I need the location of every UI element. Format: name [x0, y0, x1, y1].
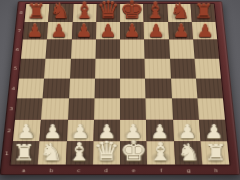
piece-black-pawn[interactable]: ♟: [144, 22, 168, 39]
board-grid: ♜♞♝♛♚♝♞♜♟♟♟♟♟♟♟♟♟♟♟♟♟♟♟♟♜♞♝♛♚♝♞♜: [11, 4, 230, 164]
square-b3[interactable]: [41, 98, 68, 119]
square-b1[interactable]: ♞: [38, 142, 66, 165]
piece-black-rook[interactable]: ♜: [192, 2, 216, 22]
square-b6[interactable]: [46, 40, 72, 59]
piece-black-knight[interactable]: ♞: [48, 1, 72, 22]
square-c7[interactable]: ♟: [71, 22, 96, 40]
square-g7[interactable]: ♟: [168, 22, 193, 40]
piece-white-queen[interactable]: ♛: [93, 138, 120, 165]
piece-black-pawn[interactable]: ♟: [169, 22, 193, 39]
square-h1[interactable]: ♜: [200, 142, 229, 165]
square-e8[interactable]: ♚: [120, 4, 144, 22]
piece-black-bishop[interactable]: ♝: [72, 0, 96, 22]
board-frame: 87654321 abcdefgh ♜♞♝♛♚♝♞♜♟♟♟♟♟♟♟♟♟♟♟♟♟♟…: [0, 1, 240, 175]
square-e7[interactable]: ♟: [120, 22, 144, 40]
file-label-d: d: [92, 165, 120, 176]
square-e3[interactable]: [120, 98, 146, 119]
square-d6[interactable]: [95, 40, 120, 59]
square-e1[interactable]: ♚: [120, 142, 147, 165]
square-h6[interactable]: [193, 40, 219, 59]
square-a3[interactable]: [15, 98, 43, 119]
piece-white-rook[interactable]: ♜: [11, 142, 38, 165]
square-h4[interactable]: [196, 78, 223, 98]
piece-black-pawn[interactable]: ♟: [120, 22, 144, 39]
square-d5[interactable]: [95, 59, 120, 79]
file-label-h: h: [202, 165, 230, 176]
square-a5[interactable]: [19, 59, 46, 79]
square-g8[interactable]: ♞: [167, 4, 192, 22]
square-c8[interactable]: ♝: [72, 4, 96, 22]
square-d4[interactable]: [94, 78, 120, 98]
file-label-e: e: [120, 165, 148, 176]
piece-white-bishop[interactable]: ♝: [147, 140, 174, 165]
chess-app-scene: 87654321 abcdefgh ♜♞♝♛♚♝♞♜♟♟♟♟♟♟♟♟♟♟♟♟♟♟…: [0, 0, 240, 180]
chess-board: 87654321 abcdefgh ♜♞♝♛♚♝♞♜♟♟♟♟♟♟♟♟♟♟♟♟♟♟…: [0, 1, 240, 175]
square-g1[interactable]: ♞: [174, 142, 202, 165]
square-g3[interactable]: [171, 98, 198, 119]
square-c3[interactable]: [68, 98, 95, 119]
square-a1[interactable]: ♜: [11, 142, 40, 165]
square-b5[interactable]: [44, 59, 70, 79]
piece-black-bishop[interactable]: ♝: [144, 0, 168, 22]
square-f3[interactable]: [146, 98, 173, 119]
square-h2[interactable]: ♟: [199, 120, 227, 142]
piece-black-king[interactable]: ♚: [120, 0, 144, 22]
piece-black-knight[interactable]: ♞: [168, 1, 192, 22]
square-f5[interactable]: [145, 59, 171, 79]
square-c5[interactable]: [70, 59, 96, 79]
file-label-a: a: [10, 165, 38, 176]
square-e6[interactable]: [120, 40, 145, 59]
piece-white-knight[interactable]: ♞: [38, 141, 65, 165]
square-f8[interactable]: ♝: [143, 4, 167, 22]
piece-white-pawn[interactable]: ♟: [13, 122, 40, 141]
file-label-g: g: [175, 165, 203, 176]
file-labels: abcdefgh: [10, 165, 231, 176]
square-a7[interactable]: ♟: [23, 22, 49, 40]
square-c1[interactable]: ♝: [65, 142, 93, 165]
piece-black-queen[interactable]: ♛: [96, 0, 120, 22]
piece-white-rook[interactable]: ♜: [202, 142, 229, 165]
square-h5[interactable]: [194, 59, 221, 79]
piece-black-pawn[interactable]: ♟: [96, 22, 120, 39]
square-d8[interactable]: ♛: [96, 4, 120, 22]
square-f7[interactable]: ♟: [144, 22, 169, 40]
square-c6[interactable]: [70, 40, 95, 59]
piece-white-pawn[interactable]: ♟: [200, 122, 227, 141]
file-label-c: c: [65, 165, 93, 176]
piece-white-knight[interactable]: ♞: [175, 141, 202, 165]
square-b7[interactable]: ♟: [47, 22, 72, 40]
file-label-b: b: [37, 165, 65, 176]
square-e5[interactable]: [120, 59, 145, 79]
square-d7[interactable]: ♟: [96, 22, 120, 40]
square-d3[interactable]: [94, 98, 120, 119]
square-h8[interactable]: ♜: [190, 4, 215, 22]
square-b4[interactable]: [43, 78, 70, 98]
piece-white-bishop[interactable]: ♝: [65, 140, 92, 165]
square-f4[interactable]: [145, 78, 171, 98]
square-g6[interactable]: [169, 40, 195, 59]
square-f6[interactable]: [144, 40, 169, 59]
piece-white-king[interactable]: ♚: [120, 137, 147, 165]
square-a8[interactable]: ♜: [25, 4, 50, 22]
square-e4[interactable]: [120, 78, 146, 98]
file-label-f: f: [147, 165, 175, 176]
piece-black-rook[interactable]: ♜: [24, 2, 48, 22]
piece-black-pawn[interactable]: ♟: [23, 22, 47, 39]
square-a4[interactable]: [17, 78, 44, 98]
square-d1[interactable]: ♛: [93, 142, 120, 165]
square-h7[interactable]: ♟: [192, 22, 218, 40]
square-c4[interactable]: [69, 78, 95, 98]
square-a6[interactable]: [21, 40, 47, 59]
piece-black-pawn[interactable]: ♟: [47, 22, 71, 39]
square-h3[interactable]: [197, 98, 225, 119]
square-g4[interactable]: [170, 78, 197, 98]
square-b8[interactable]: ♞: [48, 4, 73, 22]
piece-black-pawn[interactable]: ♟: [71, 22, 95, 39]
piece-black-pawn[interactable]: ♟: [193, 22, 217, 39]
square-f1[interactable]: ♝: [147, 142, 175, 165]
square-g5[interactable]: [170, 59, 196, 79]
square-a2[interactable]: ♟: [13, 120, 41, 142]
